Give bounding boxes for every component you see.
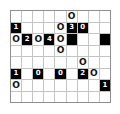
wall-number: 0 xyxy=(58,70,63,77)
wall-number: 1 xyxy=(14,70,19,77)
cell-r2c2[interactable] xyxy=(22,23,32,34)
cell-r3c4: 4 xyxy=(44,34,54,45)
wall-number: 0 xyxy=(36,70,41,77)
bulb-icon: O xyxy=(34,35,42,44)
cell-r1c7[interactable] xyxy=(78,11,88,22)
cell-r4c5[interactable]: O xyxy=(55,46,65,57)
cell-r8c5[interactable] xyxy=(55,92,65,103)
cell-r4c4[interactable] xyxy=(44,46,54,57)
cell-r2c8[interactable] xyxy=(89,23,99,34)
cell-r1c1[interactable] xyxy=(11,11,21,22)
cell-r7c6[interactable] xyxy=(67,80,77,91)
bulb-icon: O xyxy=(79,58,87,67)
cell-r5c1[interactable] xyxy=(11,57,21,68)
cell-r8c7[interactable] xyxy=(78,92,88,103)
cell-r1c5[interactable] xyxy=(55,11,65,22)
bulb-icon: O xyxy=(57,46,65,55)
cell-r4c6[interactable] xyxy=(67,46,77,57)
bulb-icon: O xyxy=(57,23,65,32)
cell-r8c4[interactable] xyxy=(44,92,54,103)
cell-r4c1[interactable] xyxy=(11,46,21,57)
cell-r2c5[interactable]: O xyxy=(55,23,65,34)
cell-r5c2[interactable] xyxy=(22,57,32,68)
cell-r7c5[interactable] xyxy=(55,80,65,91)
cell-r6c3: 0 xyxy=(33,69,43,80)
cell-r2c4[interactable] xyxy=(44,23,54,34)
cell-r3c2: 2 xyxy=(22,34,32,45)
bulb-icon: O xyxy=(68,12,76,21)
cell-r7c1[interactable]: O xyxy=(11,80,21,91)
cell-r3c3[interactable]: O xyxy=(33,34,43,45)
cell-r8c2[interactable] xyxy=(22,92,32,103)
cell-r3c7[interactable] xyxy=(78,34,88,45)
cell-r5c5[interactable] xyxy=(55,57,65,68)
cell-r1c6[interactable]: O xyxy=(67,11,77,22)
cell-r2c7: 0 xyxy=(78,23,88,34)
bulb-icon: O xyxy=(12,81,20,90)
cell-r5c4[interactable] xyxy=(44,57,54,68)
cell-r6c8[interactable]: O xyxy=(89,69,99,80)
cell-r7c8[interactable] xyxy=(89,80,99,91)
cell-r6c7: 2 xyxy=(78,69,88,80)
cell-r5c8[interactable] xyxy=(89,57,99,68)
cell-r3c9 xyxy=(100,34,110,45)
cell-r7c4[interactable] xyxy=(44,80,54,91)
cell-r2c3[interactable] xyxy=(33,23,43,34)
cell-r6c2[interactable] xyxy=(22,69,32,80)
cell-r7c3[interactable] xyxy=(33,80,43,91)
bulb-icon: O xyxy=(12,35,20,44)
cell-r3c8[interactable] xyxy=(89,34,99,45)
cell-r2c6: 3 xyxy=(67,23,77,34)
wall-number: 2 xyxy=(25,36,30,43)
cell-r6c5: 0 xyxy=(55,69,65,80)
cell-r4c2[interactable] xyxy=(22,46,32,57)
cell-r4c9[interactable] xyxy=(100,46,110,57)
cell-r7c2[interactable] xyxy=(22,80,32,91)
cell-r7c9: 1 xyxy=(100,80,110,91)
cell-r1c4[interactable] xyxy=(44,11,54,22)
wall-number: 1 xyxy=(102,82,107,89)
cell-r1c9[interactable] xyxy=(100,11,110,22)
page: O1O30O2O4OOO1002OO1 xyxy=(0,0,120,114)
cell-r8c1[interactable] xyxy=(11,92,21,103)
cell-r8c3[interactable] xyxy=(33,92,43,103)
bulb-icon: O xyxy=(57,35,65,44)
cell-r6c1: 1 xyxy=(11,69,21,80)
cell-r8c8[interactable] xyxy=(89,92,99,103)
cell-r4c3[interactable] xyxy=(33,46,43,57)
wall-number: 2 xyxy=(80,70,85,77)
cell-r7c7[interactable] xyxy=(78,80,88,91)
cell-r6c4[interactable] xyxy=(44,69,54,80)
cell-r4c8[interactable] xyxy=(89,46,99,57)
cell-r5c3[interactable] xyxy=(33,57,43,68)
wall-number: 4 xyxy=(47,36,52,43)
cell-r1c8[interactable] xyxy=(89,11,99,22)
cell-r3c6 xyxy=(67,34,77,45)
cell-r5c6[interactable] xyxy=(67,57,77,68)
wall-number: 3 xyxy=(69,24,74,31)
cell-r2c1: 1 xyxy=(11,23,21,34)
cell-r3c5[interactable]: O xyxy=(55,34,65,45)
cell-r5c9[interactable] xyxy=(100,57,110,68)
cell-r5c7[interactable]: O xyxy=(78,57,88,68)
akari-board: O1O30O2O4OOO1002OO1 xyxy=(10,10,111,103)
cell-r8c9[interactable] xyxy=(100,92,110,103)
cell-r4c7[interactable] xyxy=(78,46,88,57)
cell-r1c3[interactable] xyxy=(33,11,43,22)
bulb-icon: O xyxy=(90,69,98,78)
cell-r6c6[interactable] xyxy=(67,69,77,80)
cell-r2c9[interactable] xyxy=(100,23,110,34)
wall-number: 0 xyxy=(80,24,85,31)
cell-r1c2[interactable] xyxy=(22,11,32,22)
cell-r3c1[interactable]: O xyxy=(11,34,21,45)
cell-r8c6[interactable] xyxy=(67,92,77,103)
cell-r6c9[interactable] xyxy=(100,69,110,80)
wall-number: 1 xyxy=(14,24,19,31)
